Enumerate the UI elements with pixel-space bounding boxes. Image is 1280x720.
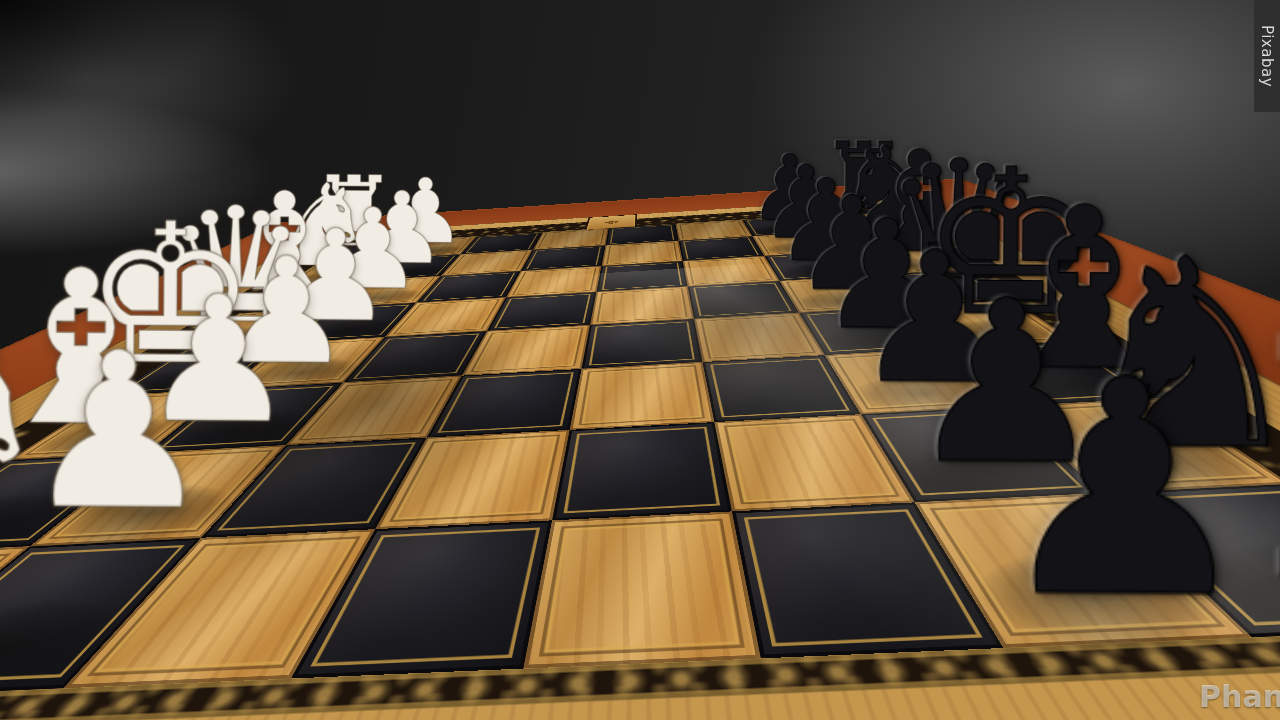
pixabay-watermark-text: Pixabay <box>1258 25 1276 87</box>
screenshot-stage: ❖ ♜♟♟♜♞♟♟♞♝♟♟♝♛♟♟♛♚♟♟♚♝♟♟♝♞♟♟♞♜♟♟♜ 12345… <box>0 0 1280 720</box>
black-rook-glyph: ♜ <box>1226 298 1280 629</box>
corner-watermark-text: Phan <box>1199 679 1280 714</box>
ornament-icon: ❖ <box>602 219 622 225</box>
chess-board: ❖ ♜♟♟♜♞♟♟♞♝♟♟♝♛♟♟♛♚♟♟♚♝♟♟♝♞♟♟♞♜♟♟♜ 12345… <box>0 178 1280 720</box>
white-pawn-glyph: ♟ <box>0 406 84 690</box>
pixabay-watermark-strip: Pixabay <box>1254 0 1280 112</box>
scene-3d: ❖ ♜♟♟♜♞♟♟♞♝♟♟♝♛♟♟♛♚♟♟♚♝♟♟♝♞♟♟♞♜♟♟♜ 12345… <box>0 0 1280 720</box>
black-pawn-glyph: ♟ <box>991 341 1260 640</box>
